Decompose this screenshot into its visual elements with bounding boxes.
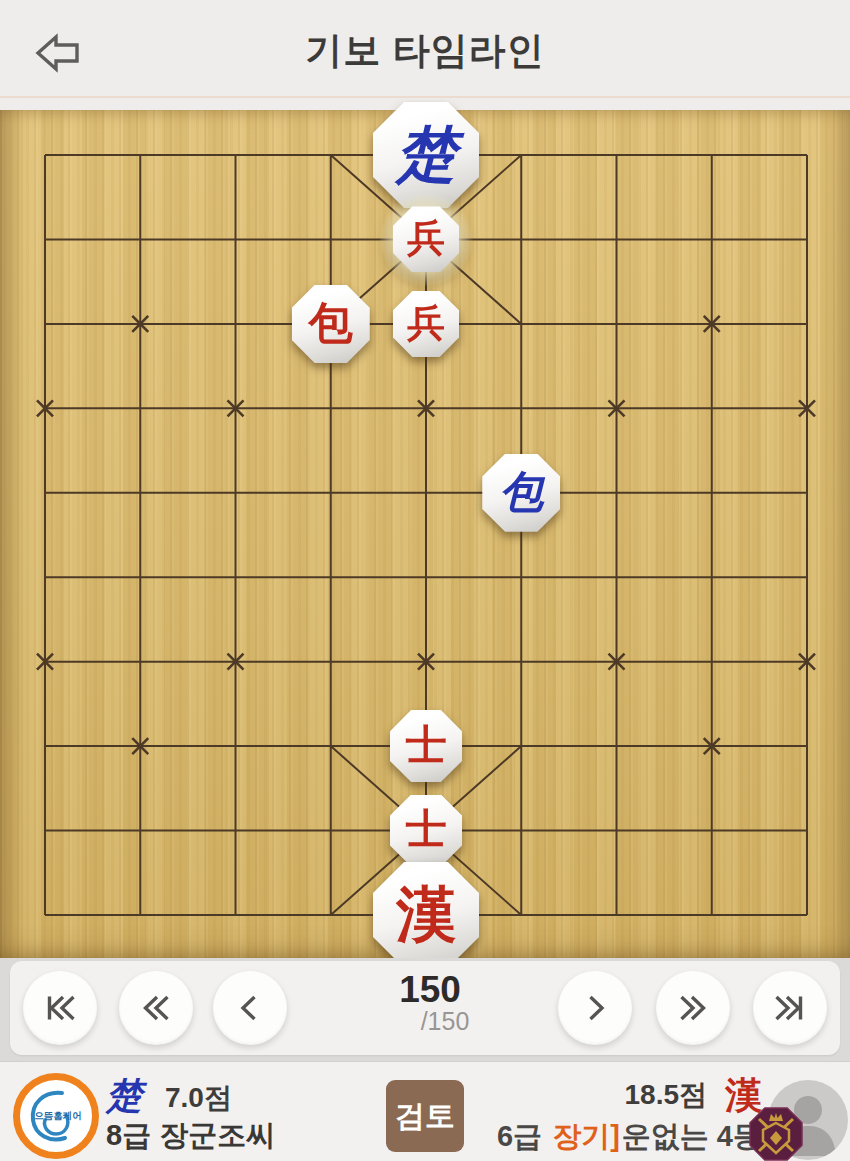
- left-player-score: 7.0점: [165, 1079, 232, 1117]
- right-player-info: 18.5점漢 6급장기]운없는 4등: [497, 1075, 762, 1157]
- logo-text: 으뜸홈케어: [34, 1110, 82, 1121]
- skip-first-icon: [40, 988, 80, 1028]
- fast-backward-icon: [136, 988, 176, 1028]
- step-backward-button[interactable]: [213, 971, 287, 1045]
- players-bar: 으뜸홈케어 楚 7.0점 8급 장군조씨 검토 18.5점漢 6급장기]운없는 …: [0, 1061, 850, 1161]
- piece-han-king: 漢: [373, 862, 479, 968]
- step-backward-icon: [230, 988, 270, 1028]
- left-player-side-glyph: 楚: [106, 1072, 142, 1121]
- skip-last-icon: [770, 988, 810, 1028]
- current-move-number: 150: [340, 969, 520, 1011]
- janggi-board: 楚兵包兵包士士漢: [0, 110, 850, 958]
- move-navigation-panel: 150 /150: [10, 961, 840, 1055]
- piece-han-guard-b: 士: [390, 795, 462, 867]
- total-move-number: /150: [340, 1007, 520, 1036]
- piece-cho-cannon: 包: [482, 454, 560, 532]
- header-bar: 기보 타임라인: [0, 0, 850, 110]
- left-player-name: 8급 장군조씨: [106, 1116, 275, 1156]
- piece-han-cannon: 包: [292, 285, 370, 363]
- review-button[interactable]: 검토: [386, 1080, 464, 1152]
- fast-backward-button[interactable]: [119, 971, 193, 1045]
- right-player-rank: 6급: [497, 1120, 542, 1152]
- move-counter: 150 /150: [340, 969, 520, 1036]
- step-forward-button[interactable]: [558, 971, 632, 1045]
- step-forward-icon: [575, 988, 615, 1028]
- piece-han-soldier-b: 兵: [393, 291, 459, 357]
- piece-han-soldier-a: 兵: [393, 206, 459, 272]
- skip-first-button[interactable]: [23, 971, 97, 1045]
- right-player-score: 18.5점: [625, 1079, 708, 1110]
- right-player-club-tag: 장기]: [552, 1120, 620, 1152]
- rank-emblem-badge-icon: [749, 1107, 803, 1161]
- right-player-name: 운없는: [622, 1120, 709, 1152]
- page-title: 기보 타임라인: [0, 26, 850, 76]
- move-navigation-bar: 150 /150: [0, 958, 850, 1061]
- fast-forward-icon: [673, 988, 713, 1028]
- header-divider: [0, 96, 850, 98]
- fast-forward-button[interactable]: [656, 971, 730, 1045]
- left-player-logo[interactable]: 으뜸홈케어: [13, 1073, 99, 1159]
- homecare-logo-icon: 으뜸홈케어: [20, 1080, 92, 1152]
- piece-han-guard-a: 士: [390, 710, 462, 782]
- skip-last-button[interactable]: [753, 971, 827, 1045]
